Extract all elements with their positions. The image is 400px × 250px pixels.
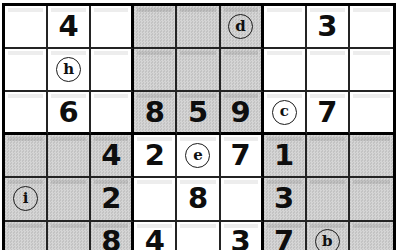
cell-r1c5[interactable] — [177, 6, 220, 49]
cell-r6c9[interactable] — [350, 222, 393, 250]
cell-r6c7[interactable]: 7 — [264, 222, 307, 250]
cell-r4c7[interactable]: 1 — [264, 135, 307, 178]
given-digit: 4 — [59, 12, 79, 41]
cell-r6c2[interactable] — [48, 222, 91, 250]
cell-r5c6[interactable] — [221, 178, 264, 221]
cell-r4c3[interactable]: 4 — [91, 135, 134, 178]
sudoku-board: 4d3h6859c742e71i2838437b — [2, 3, 396, 250]
cell-r1c3[interactable] — [91, 6, 134, 49]
cell-r3c8[interactable]: 7 — [307, 92, 350, 135]
cell-r4c5[interactable]: e — [177, 135, 220, 178]
given-digit: 3 — [274, 184, 294, 213]
cell-r1c1[interactable] — [5, 6, 48, 49]
cell-r3c3[interactable] — [91, 92, 134, 135]
cell-r6c3[interactable]: 8 — [91, 222, 134, 250]
circled-letter-i: i — [13, 186, 38, 211]
given-digit: 4 — [145, 227, 165, 250]
cell-r5c1[interactable]: i — [5, 178, 48, 221]
given-digit: 2 — [145, 141, 165, 170]
cell-r2c8[interactable] — [307, 49, 350, 92]
given-digit: 8 — [101, 227, 121, 250]
given-digit: 7 — [231, 141, 251, 170]
cell-r6c1[interactable] — [5, 222, 48, 250]
cell-r4c2[interactable] — [48, 135, 91, 178]
given-digit: 8 — [188, 184, 208, 213]
given-digit: 2 — [101, 184, 121, 213]
cell-r5c5[interactable]: 8 — [177, 178, 220, 221]
cell-r4c6[interactable]: 7 — [221, 135, 264, 178]
cell-r2c3[interactable] — [91, 49, 134, 92]
cell-r6c5[interactable] — [177, 222, 220, 250]
cell-r4c8[interactable] — [307, 135, 350, 178]
given-digit: 4 — [101, 141, 121, 170]
cell-r3c2[interactable]: 6 — [48, 92, 91, 135]
cell-r2c4[interactable] — [134, 49, 177, 92]
circled-letter-d: d — [228, 14, 253, 39]
cell-r1c6[interactable]: d — [221, 6, 264, 49]
cell-r5c2[interactable] — [48, 178, 91, 221]
cell-r5c4[interactable] — [134, 178, 177, 221]
cell-r3c1[interactable] — [5, 92, 48, 135]
cell-r1c4[interactable] — [134, 6, 177, 49]
cell-r2c7[interactable] — [264, 49, 307, 92]
cell-r2c6[interactable] — [221, 49, 264, 92]
cell-r5c9[interactable] — [350, 178, 393, 221]
cell-r2c2[interactable]: h — [48, 49, 91, 92]
given-digit: 7 — [317, 98, 337, 127]
sudoku-puzzle: 4d3h6859c742e71i2838437b — [0, 0, 400, 250]
cell-r1c7[interactable] — [264, 6, 307, 49]
cell-r3c9[interactable] — [350, 92, 393, 135]
given-digit: 3 — [231, 227, 251, 250]
given-digit: 8 — [145, 98, 165, 127]
cell-r3c5[interactable]: 5 — [177, 92, 220, 135]
cell-r6c4[interactable]: 4 — [134, 222, 177, 250]
cell-r3c4[interactable]: 8 — [134, 92, 177, 135]
given-digit: 1 — [274, 141, 294, 170]
circled-letter-h: h — [56, 57, 81, 82]
given-digit: 6 — [59, 98, 79, 127]
given-digit: 9 — [231, 98, 251, 127]
cell-r5c8[interactable] — [307, 178, 350, 221]
cell-r4c9[interactable] — [350, 135, 393, 178]
cell-r5c7[interactable]: 3 — [264, 178, 307, 221]
circled-letter-e: e — [185, 143, 210, 168]
cell-r6c6[interactable]: 3 — [221, 222, 264, 250]
given-digit: 3 — [317, 12, 337, 41]
cell-r1c9[interactable] — [350, 6, 393, 49]
cell-r3c7[interactable]: c — [264, 92, 307, 135]
circled-letter-b: b — [315, 229, 340, 250]
cell-r1c8[interactable]: 3 — [307, 6, 350, 49]
given-digit: 7 — [274, 227, 294, 250]
cell-r3c6[interactable]: 9 — [221, 92, 264, 135]
cell-r2c9[interactable] — [350, 49, 393, 92]
cell-r6c8[interactable]: b — [307, 222, 350, 250]
cell-r4c1[interactable] — [5, 135, 48, 178]
cell-r5c3[interactable]: 2 — [91, 178, 134, 221]
cell-r2c1[interactable] — [5, 49, 48, 92]
cell-r4c4[interactable]: 2 — [134, 135, 177, 178]
cell-r2c5[interactable] — [177, 49, 220, 92]
circled-letter-c: c — [272, 100, 297, 125]
given-digit: 5 — [188, 98, 208, 127]
cell-r1c2[interactable]: 4 — [48, 6, 91, 49]
